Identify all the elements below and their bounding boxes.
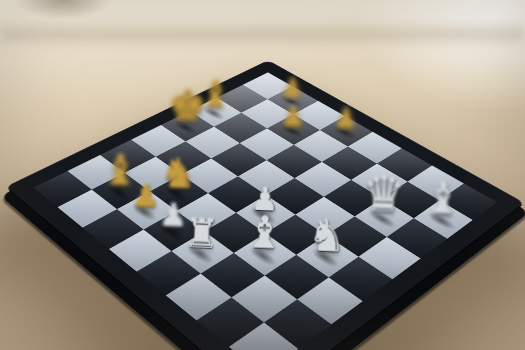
piece-anchor-c7: ♟ — [267, 114, 320, 144]
piece-anchor-g4: ♞ — [296, 235, 358, 277]
chess-photo-scene: ♟♟♟♝♝♛♚♟♞♞♝♝♟♟♜ — [0, 0, 525, 350]
piece-anchor-g6: ♛ — [354, 199, 413, 237]
piece-gold-pawn: ♟ — [279, 74, 304, 101]
piece-gold-pawn: ♟ — [332, 104, 358, 132]
piece-gold-knight: ♞ — [159, 152, 197, 194]
piece-silver-queen: ♛ — [361, 169, 406, 219]
piece-anchor-f3: ♝ — [233, 233, 295, 275]
piece-gold-king: ♚ — [166, 83, 206, 128]
piece-anchor-a5: ♚ — [161, 111, 214, 141]
piece-silver-bishop: ♝ — [423, 177, 462, 220]
piece-silver-rook: ♜ — [183, 213, 219, 253]
table-edge-blur — [0, 22, 525, 48]
piece-silver-knight: ♞ — [306, 213, 346, 258]
piece-gold-pawn: ♟ — [131, 180, 160, 212]
piece-silver-pawn: ♟ — [158, 199, 188, 232]
piece-anchor-h7: ♝ — [413, 200, 472, 238]
piece-gold-pawn: ♟ — [279, 102, 305, 130]
piece-silver-bishop: ♝ — [243, 210, 284, 256]
piece-anchor-d8: ♟ — [319, 116, 372, 147]
